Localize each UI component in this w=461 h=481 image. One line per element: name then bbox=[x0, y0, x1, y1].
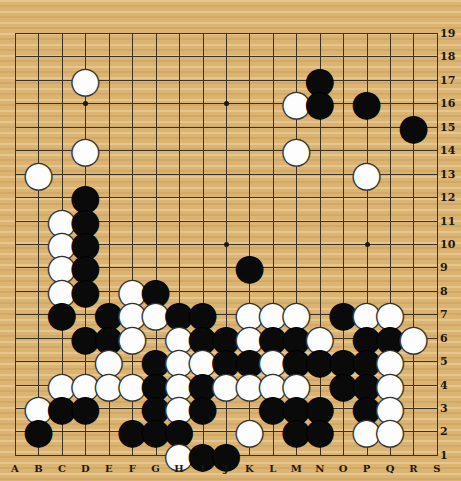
row-label-13: 13 bbox=[440, 168, 458, 180]
column-label-N: N bbox=[312, 463, 328, 474]
row-label-14: 14 bbox=[440, 144, 458, 156]
black-stone-R15[interactable]: ● bbox=[401, 115, 425, 139]
column-label-C: C bbox=[54, 463, 70, 474]
white-stone-Q2[interactable]: ● bbox=[378, 419, 402, 443]
white-stone-R6[interactable]: ● bbox=[401, 326, 425, 350]
column-label-A: A bbox=[7, 463, 23, 474]
white-stone-D14[interactable]: ● bbox=[73, 138, 97, 162]
column-label-G: G bbox=[148, 463, 164, 474]
white-stone-K2[interactable]: ● bbox=[237, 419, 261, 443]
row-label-5: 5 bbox=[440, 355, 458, 367]
row-label-11: 11 bbox=[440, 215, 458, 227]
row-label-7: 7 bbox=[440, 308, 458, 320]
column-label-M: M bbox=[288, 463, 304, 474]
black-stone-N2[interactable]: ● bbox=[308, 419, 332, 443]
black-stone-B2[interactable]: ● bbox=[26, 419, 50, 443]
column-label-D: D bbox=[77, 463, 93, 474]
star-point-J16 bbox=[224, 101, 229, 106]
row-label-17: 17 bbox=[440, 74, 458, 86]
white-stone-D17[interactable]: ● bbox=[73, 68, 97, 92]
row-label-19: 19 bbox=[440, 27, 458, 39]
white-stone-B13[interactable]: ● bbox=[26, 162, 50, 186]
white-stone-M14[interactable]: ● bbox=[284, 138, 308, 162]
row-label-12: 12 bbox=[440, 191, 458, 203]
row-label-2: 2 bbox=[440, 425, 458, 437]
star-point-D16 bbox=[83, 101, 88, 106]
white-stone-P13[interactable]: ● bbox=[355, 162, 379, 186]
row-label-15: 15 bbox=[440, 121, 458, 133]
row-label-1: 1 bbox=[440, 449, 458, 461]
row-label-18: 18 bbox=[440, 50, 458, 62]
column-label-F: F bbox=[124, 463, 140, 474]
column-label-S: S bbox=[429, 463, 445, 474]
column-label-K: K bbox=[241, 463, 257, 474]
row-label-16: 16 bbox=[440, 97, 458, 109]
black-stone-I3[interactable]: ● bbox=[191, 396, 215, 420]
column-label-H: H bbox=[171, 463, 187, 474]
black-stone-P16[interactable]: ● bbox=[355, 91, 379, 115]
column-label-I: I bbox=[195, 463, 211, 474]
star-point-P10 bbox=[365, 242, 370, 247]
column-label-O: O bbox=[335, 463, 351, 474]
row-label-4: 4 bbox=[440, 379, 458, 391]
black-stone-K9[interactable]: ● bbox=[237, 255, 261, 279]
column-label-L: L bbox=[265, 463, 281, 474]
black-stone-N16[interactable]: ● bbox=[308, 91, 332, 115]
column-label-E: E bbox=[101, 463, 117, 474]
star-point-J10 bbox=[224, 242, 229, 247]
row-label-3: 3 bbox=[440, 402, 458, 414]
row-label-9: 9 bbox=[440, 261, 458, 273]
go-board-grid[interactable]: ●●●●●●●●●●●●●●●●●●●●●●●●●●●●●●●●●●●●●●●●… bbox=[15, 33, 438, 456]
column-label-B: B bbox=[30, 463, 46, 474]
column-label-Q: Q bbox=[382, 463, 398, 474]
column-label-J: J bbox=[218, 463, 234, 474]
row-label-8: 8 bbox=[440, 285, 458, 297]
black-stone-D3[interactable]: ● bbox=[73, 396, 97, 420]
row-label-6: 6 bbox=[440, 332, 458, 344]
column-label-R: R bbox=[405, 463, 421, 474]
row-label-10: 10 bbox=[440, 238, 458, 250]
column-label-P: P bbox=[359, 463, 375, 474]
